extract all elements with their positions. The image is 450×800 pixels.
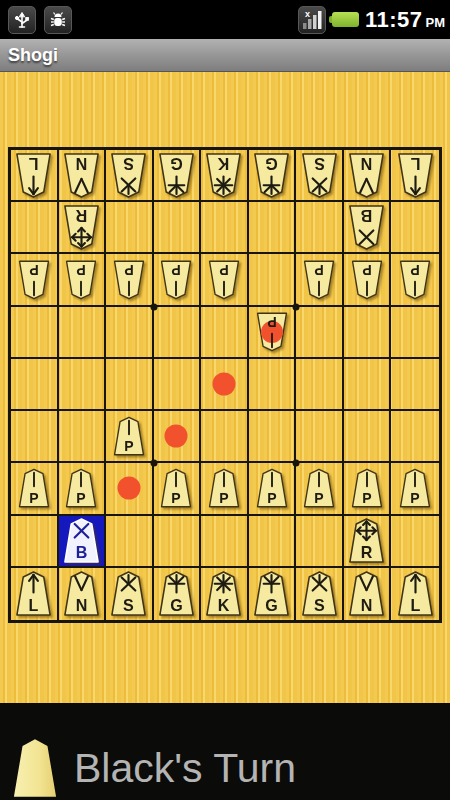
white-pawn: P: [302, 260, 336, 300]
black-pawn: P: [17, 468, 51, 508]
square-9e[interactable]: [11, 359, 59, 411]
square-3a[interactable]: S: [296, 150, 344, 202]
svg-text:R: R: [361, 543, 373, 561]
square-9g[interactable]: P: [11, 463, 59, 515]
phone-screen: x 11:57 PM Shogi LNSGKGSNLRBPPPPPPPPPPPP…: [0, 0, 450, 800]
square-3h[interactable]: [296, 516, 344, 568]
square-8b[interactable]: R: [59, 202, 107, 254]
square-5f[interactable]: [201, 411, 249, 463]
square-1a[interactable]: L: [391, 150, 439, 202]
white-pawn: P: [207, 260, 241, 300]
status-meridiem: PM: [426, 15, 446, 30]
svg-text:P: P: [124, 262, 133, 278]
square-8e[interactable]: [59, 359, 107, 411]
svg-text:x: x: [305, 9, 310, 19]
black-pawn: P: [255, 468, 289, 508]
black-pawn: P: [398, 468, 432, 508]
svg-text:G: G: [170, 155, 183, 173]
black-gold: G: [252, 571, 291, 616]
square-1i[interactable]: L: [391, 568, 439, 620]
black-silver: S: [300, 571, 339, 616]
square-7f[interactable]: P: [106, 411, 154, 463]
white-pawn: P: [64, 260, 98, 300]
svg-text:P: P: [77, 490, 86, 506]
svg-text:B: B: [76, 543, 88, 561]
white-bishop: B: [347, 205, 386, 250]
white-pawn: P: [112, 260, 146, 300]
status-time: 11:57: [365, 7, 423, 33]
debug-bug-icon: [44, 6, 72, 34]
square-4g[interactable]: P: [249, 463, 297, 515]
square-7b[interactable]: [106, 202, 154, 254]
square-7h[interactable]: [106, 516, 154, 568]
square-9f[interactable]: [11, 411, 59, 463]
square-8g[interactable]: P: [59, 463, 107, 515]
square-5c[interactable]: P: [201, 254, 249, 306]
move-dot[interactable]: [165, 425, 188, 448]
black-lance: L: [14, 571, 53, 616]
svg-text:G: G: [170, 596, 183, 614]
square-7c[interactable]: P: [106, 254, 154, 306]
square-5h[interactable]: [201, 516, 249, 568]
svg-text:P: P: [267, 490, 276, 506]
square-3i[interactable]: S: [296, 568, 344, 620]
svg-text:P: P: [219, 490, 228, 506]
svg-text:K: K: [218, 596, 230, 614]
white-knight: N: [62, 153, 101, 198]
svg-text:P: P: [77, 262, 86, 278]
white-silver: S: [300, 153, 339, 198]
square-2i[interactable]: N: [344, 568, 392, 620]
svg-text:N: N: [76, 596, 88, 614]
square-6g[interactable]: P: [154, 463, 202, 515]
move-dot[interactable]: [117, 477, 140, 500]
black-pawn: P: [302, 468, 336, 508]
square-1e[interactable]: [391, 359, 439, 411]
usb-icon: [8, 6, 36, 34]
turn-label: Black's Turn: [74, 745, 296, 792]
black-silver: S: [109, 571, 148, 616]
square-5i[interactable]: K: [201, 568, 249, 620]
svg-text:S: S: [123, 155, 134, 173]
square-7i[interactable]: S: [106, 568, 154, 620]
square-1b[interactable]: [391, 202, 439, 254]
white-king: K: [204, 153, 243, 198]
square-8h[interactable]: B: [59, 516, 107, 568]
hoshi-point: [150, 460, 157, 467]
shogi-board: LNSGKGSNLRBPPPPPPPPPPPPPPPPPPBRLNSGKGSNL: [8, 147, 442, 623]
svg-text:N: N: [361, 596, 373, 614]
square-3d[interactable]: [296, 307, 344, 359]
square-1f[interactable]: [391, 411, 439, 463]
white-pawn: P: [17, 260, 51, 300]
square-7d[interactable]: [106, 307, 154, 359]
square-5e[interactable]: [201, 359, 249, 411]
square-9h[interactable]: [11, 516, 59, 568]
svg-text:R: R: [75, 207, 87, 225]
square-7g[interactable]: [106, 463, 154, 515]
svg-text:N: N: [361, 155, 373, 173]
square-2c[interactable]: P: [344, 254, 392, 306]
square-4c[interactable]: [249, 254, 297, 306]
square-4b[interactable]: [249, 202, 297, 254]
black-lance: L: [396, 571, 435, 616]
black-pawn: P: [207, 468, 241, 508]
battery-icon: [332, 12, 359, 27]
svg-text:P: P: [314, 262, 323, 278]
svg-text:G: G: [265, 596, 278, 614]
square-2g[interactable]: P: [344, 463, 392, 515]
svg-text:P: P: [172, 490, 181, 506]
square-3g[interactable]: P: [296, 463, 344, 515]
white-pawn: P: [159, 260, 193, 300]
hoshi-point: [293, 460, 300, 467]
status-bar: x 11:57 PM: [0, 0, 450, 39]
svg-text:P: P: [172, 262, 181, 278]
black-pawn: P: [112, 416, 146, 456]
square-9a[interactable]: L: [11, 150, 59, 202]
hoshi-point: [293, 303, 300, 310]
svg-text:P: P: [29, 262, 38, 278]
svg-text:P: P: [411, 262, 420, 278]
svg-text:K: K: [218, 155, 230, 173]
square-1g[interactable]: P: [391, 463, 439, 515]
square-5b[interactable]: [201, 202, 249, 254]
square-6c[interactable]: P: [154, 254, 202, 306]
hoshi-point: [150, 303, 157, 310]
square-6f[interactable]: [154, 411, 202, 463]
square-2f[interactable]: [344, 411, 392, 463]
white-gold: G: [252, 153, 291, 198]
square-1c[interactable]: P: [391, 254, 439, 306]
svg-text:N: N: [76, 155, 88, 173]
svg-text:L: L: [410, 155, 420, 173]
square-2a[interactable]: N: [344, 150, 392, 202]
square-2d[interactable]: [344, 307, 392, 359]
svg-text:S: S: [124, 596, 135, 614]
svg-text:P: P: [124, 438, 133, 454]
square-8d[interactable]: [59, 307, 107, 359]
black-gold: G: [157, 571, 196, 616]
square-3f[interactable]: [296, 411, 344, 463]
square-4d[interactable]: P: [249, 307, 297, 359]
square-4h[interactable]: [249, 516, 297, 568]
white-lance: L: [14, 153, 53, 198]
square-6i[interactable]: G: [154, 568, 202, 620]
square-2b[interactable]: B: [344, 202, 392, 254]
svg-text:P: P: [219, 262, 228, 278]
square-6h[interactable]: [154, 516, 202, 568]
white-knight: N: [347, 153, 386, 198]
square-8i[interactable]: N: [59, 568, 107, 620]
square-7e[interactable]: [106, 359, 154, 411]
square-6a[interactable]: G: [154, 150, 202, 202]
square-4i[interactable]: G: [249, 568, 297, 620]
black-king: K: [204, 571, 243, 616]
square-6b[interactable]: [154, 202, 202, 254]
white-rook: R: [62, 205, 101, 250]
square-9c[interactable]: P: [11, 254, 59, 306]
svg-text:G: G: [265, 155, 278, 173]
svg-text:P: P: [362, 490, 371, 506]
svg-text:L: L: [29, 596, 39, 614]
white-silver: S: [109, 153, 148, 198]
square-1d[interactable]: [391, 307, 439, 359]
square-9d[interactable]: [11, 307, 59, 359]
turn-status-bar: Black's Turn: [0, 703, 450, 800]
black-knight: N: [347, 571, 386, 616]
svg-text:L: L: [410, 596, 420, 614]
move-dot[interactable]: [212, 372, 235, 395]
signal-icon: x: [298, 6, 326, 34]
square-1h[interactable]: [391, 516, 439, 568]
square-5d[interactable]: [201, 307, 249, 359]
svg-text:P: P: [29, 490, 38, 506]
title-bar: Shogi: [0, 39, 450, 72]
white-lance: L: [396, 153, 435, 198]
square-6d[interactable]: [154, 307, 202, 359]
white-pawn: P: [350, 260, 384, 300]
black-piece-icon: [12, 738, 58, 798]
svg-text:P: P: [411, 490, 420, 506]
black-pawn: P: [350, 468, 384, 508]
black-pawn: P: [159, 468, 193, 508]
square-9i[interactable]: L: [11, 568, 59, 620]
svg-text:S: S: [313, 155, 324, 173]
svg-text:B: B: [361, 207, 373, 225]
playfield-background: LNSGKGSNLRBPPPPPPPPPPPPPPPPPPBRLNSGKGSNL: [0, 72, 450, 703]
square-3e[interactable]: [296, 359, 344, 411]
square-3c[interactable]: P: [296, 254, 344, 306]
square-4a[interactable]: G: [249, 150, 297, 202]
square-5a[interactable]: K: [201, 150, 249, 202]
app-title: Shogi: [8, 45, 58, 66]
square-4e[interactable]: [249, 359, 297, 411]
black-rook: R: [347, 518, 386, 563]
square-3b[interactable]: [296, 202, 344, 254]
svg-text:L: L: [29, 155, 39, 173]
svg-text:P: P: [362, 262, 371, 278]
square-7a[interactable]: S: [106, 150, 154, 202]
square-5g[interactable]: P: [201, 463, 249, 515]
svg-text:P: P: [314, 490, 323, 506]
black-pawn: P: [64, 468, 98, 508]
white-pawn: P: [255, 312, 289, 352]
white-pawn: P: [398, 260, 432, 300]
square-2e[interactable]: [344, 359, 392, 411]
square-8f[interactable]: [59, 411, 107, 463]
square-4f[interactable]: [249, 411, 297, 463]
square-8c[interactable]: P: [59, 254, 107, 306]
square-6e[interactable]: [154, 359, 202, 411]
black-knight: N: [62, 571, 101, 616]
black-bishop: B: [62, 518, 101, 563]
white-gold: G: [157, 153, 196, 198]
svg-text:S: S: [314, 596, 325, 614]
square-9b[interactable]: [11, 202, 59, 254]
square-2h[interactable]: R: [344, 516, 392, 568]
square-8a[interactable]: N: [59, 150, 107, 202]
svg-text:P: P: [267, 314, 276, 330]
